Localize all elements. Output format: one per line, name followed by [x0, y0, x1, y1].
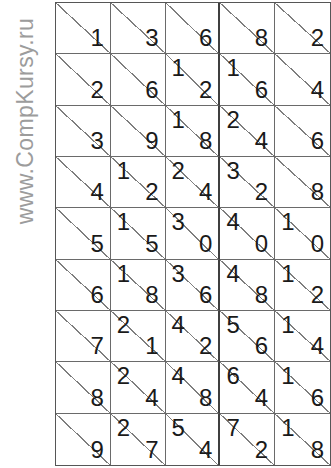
units-digit: 9 — [90, 438, 103, 462]
units-digit: 2 — [90, 78, 103, 102]
units-digit: 6 — [199, 26, 212, 50]
lattice-cell-r3-c3: 18 — [166, 106, 221, 157]
units-digit: 5 — [90, 232, 103, 256]
units-digit: 4 — [255, 129, 268, 153]
lattice-cell-r2-c2: 6 — [111, 54, 166, 105]
tens-digit: 1 — [172, 56, 185, 80]
tens-digit: 4 — [172, 364, 185, 388]
units-digit: 8 — [311, 438, 324, 462]
units-digit: 2 — [255, 180, 268, 204]
units-digit: 8 — [90, 386, 103, 410]
units-digit: 8 — [255, 283, 268, 307]
lattice-cell-r4-c4: 32 — [220, 157, 275, 208]
lattice-cell-r6-c4: 48 — [220, 260, 275, 311]
lattice-cell-r7-c2: 21 — [111, 311, 166, 362]
lattice-cell-r1-c4: 8 — [220, 3, 275, 54]
lattice-cell-r1-c2: 3 — [111, 3, 166, 54]
lattice-cell-r9-c5: 18 — [275, 414, 330, 465]
tens-digit: 2 — [172, 159, 185, 183]
units-digit: 4 — [199, 438, 212, 462]
units-digit: 8 — [145, 283, 158, 307]
lattice-cell-r8-c1: 8 — [56, 362, 111, 413]
lattice-cell-r7-c4: 56 — [220, 311, 275, 362]
units-digit: 4 — [199, 180, 212, 204]
units-digit: 4 — [311, 334, 324, 358]
tens-digit: 7 — [226, 416, 239, 440]
lattice-cell-r9-c2: 27 — [111, 414, 166, 465]
units-digit: 1 — [145, 334, 158, 358]
units-digit: 2 — [199, 334, 212, 358]
units-digit: 4 — [311, 78, 324, 102]
lattice-cell-r7-c1: 7 — [56, 311, 111, 362]
tens-digit: 1 — [281, 416, 294, 440]
lattice-cell-r4-c1: 4 — [56, 157, 111, 208]
units-digit: 7 — [145, 438, 158, 462]
units-digit: 8 — [199, 129, 212, 153]
tens-digit: 2 — [117, 416, 130, 440]
lattice-cell-r8-c4: 64 — [220, 362, 275, 413]
units-digit: 6 — [255, 334, 268, 358]
lattice-multiplication-grid: 1368226121643918246412243285153040106183… — [55, 2, 331, 466]
tens-digit: 2 — [117, 313, 130, 337]
units-digit: 4 — [145, 386, 158, 410]
units-digit: 6 — [311, 129, 324, 153]
tens-digit: 4 — [226, 262, 239, 286]
lattice-cell-r6-c3: 36 — [166, 260, 221, 311]
lattice-cell-r5-c1: 5 — [56, 208, 111, 259]
tens-digit: 6 — [226, 364, 239, 388]
units-digit: 7 — [90, 334, 103, 358]
lattice-cell-r2-c4: 16 — [220, 54, 275, 105]
units-digit: 8 — [255, 26, 268, 50]
lattice-cell-r5-c3: 30 — [166, 208, 221, 259]
tens-digit: 3 — [172, 262, 185, 286]
lattice-cell-r7-c3: 42 — [166, 311, 221, 362]
units-digit: 0 — [255, 232, 268, 256]
lattice-cell-r6-c2: 18 — [111, 260, 166, 311]
units-digit: 6 — [255, 78, 268, 102]
lattice-cell-r6-c5: 12 — [275, 260, 330, 311]
units-digit: 2 — [311, 283, 324, 307]
lattice-cell-r4-c5: 8 — [275, 157, 330, 208]
tens-digit: 1 — [281, 210, 294, 234]
tens-digit: 5 — [226, 313, 239, 337]
lattice-cell-r1-c3: 6 — [166, 3, 221, 54]
lattice-cell-r4-c2: 12 — [111, 157, 166, 208]
lattice-cell-r5-c4: 40 — [220, 208, 275, 259]
tens-digit: 4 — [172, 313, 185, 337]
tens-digit: 1 — [281, 364, 294, 388]
tens-digit: 1 — [117, 262, 130, 286]
lattice-cell-r8-c5: 16 — [275, 362, 330, 413]
units-digit: 8 — [199, 386, 212, 410]
lattice-cell-r2-c1: 2 — [56, 54, 111, 105]
units-digit: 3 — [90, 129, 103, 153]
lattice-cell-r8-c2: 24 — [111, 362, 166, 413]
lattice-cell-r2-c3: 12 — [166, 54, 221, 105]
units-digit: 5 — [145, 232, 158, 256]
units-digit: 6 — [90, 283, 103, 307]
units-digit: 1 — [90, 26, 103, 50]
tens-digit: 5 — [172, 416, 185, 440]
units-digit: 2 — [145, 180, 158, 204]
lattice-cell-r9-c3: 54 — [166, 414, 221, 465]
lattice-cell-r6-c1: 6 — [56, 260, 111, 311]
units-digit: 6 — [311, 386, 324, 410]
lattice-cell-r9-c4: 72 — [220, 414, 275, 465]
lattice-cell-r2-c5: 4 — [275, 54, 330, 105]
lattice-cell-r9-c1: 9 — [56, 414, 111, 465]
lattice-cell-r5-c2: 15 — [111, 208, 166, 259]
tens-digit: 2 — [226, 108, 239, 132]
tens-digit: 2 — [117, 364, 130, 388]
tens-digit: 1 — [117, 159, 130, 183]
lattice-cell-r3-c2: 9 — [111, 106, 166, 157]
lattice-cell-r4-c3: 24 — [166, 157, 221, 208]
tens-digit: 1 — [226, 56, 239, 80]
lattice-cell-r7-c5: 14 — [275, 311, 330, 362]
units-digit: 6 — [145, 78, 158, 102]
units-digit: 4 — [90, 180, 103, 204]
tens-digit: 1 — [281, 313, 294, 337]
lattice-cell-r3-c4: 24 — [220, 106, 275, 157]
units-digit: 6 — [199, 283, 212, 307]
units-digit: 2 — [311, 26, 324, 50]
units-digit: 0 — [311, 232, 324, 256]
tens-digit: 1 — [117, 210, 130, 234]
tens-digit: 1 — [281, 262, 294, 286]
units-digit: 2 — [199, 78, 212, 102]
watermark-text: www.CompKursy.ru — [12, 18, 39, 225]
lattice-cell-r1-c5: 2 — [275, 3, 330, 54]
lattice-cell-r5-c5: 10 — [275, 208, 330, 259]
tens-digit: 4 — [226, 210, 239, 234]
tens-digit: 3 — [172, 210, 185, 234]
lattice-cell-r3-c5: 6 — [275, 106, 330, 157]
lattice-cell-r3-c1: 3 — [56, 106, 111, 157]
lattice-cell-r8-c3: 48 — [166, 362, 221, 413]
units-digit: 0 — [199, 232, 212, 256]
tens-digit: 1 — [172, 108, 185, 132]
lattice-cell-r1-c1: 1 — [56, 3, 111, 54]
units-digit: 8 — [311, 180, 324, 204]
units-digit: 3 — [145, 26, 158, 50]
units-digit: 9 — [145, 129, 158, 153]
units-digit: 4 — [255, 386, 268, 410]
units-digit: 2 — [255, 438, 268, 462]
tens-digit: 3 — [226, 159, 239, 183]
